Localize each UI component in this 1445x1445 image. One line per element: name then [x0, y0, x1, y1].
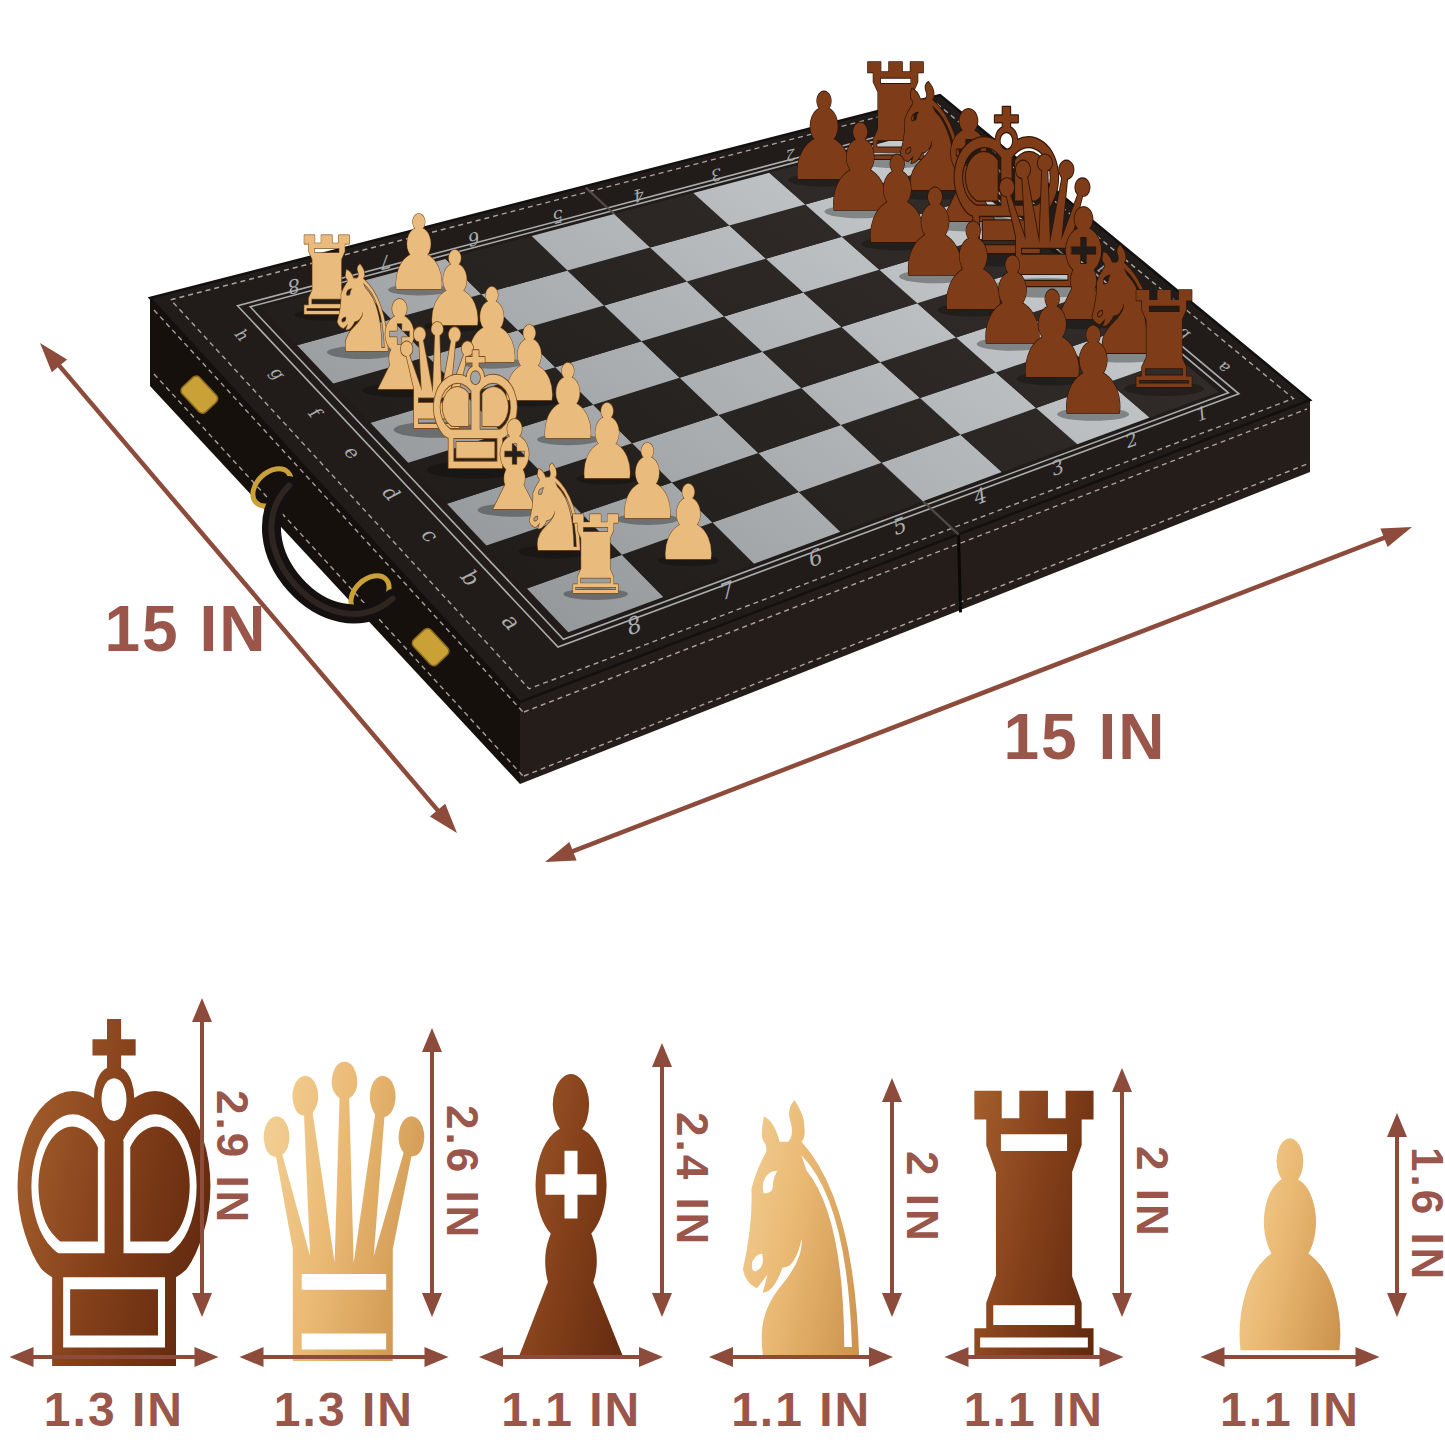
piece-dark-p-a2: ♟ — [1053, 301, 1133, 441]
rook-width-label: 1.1 IN — [934, 1382, 1134, 1437]
size-chart-queen: ♛ 2.6 IN 1.3 IN — [245, 955, 460, 1445]
piece-light-r-a8: ♜ — [560, 493, 632, 618]
svg-text:♟: ♟ — [654, 464, 722, 583]
bishop-width-label: 1.1 IN — [471, 1382, 671, 1437]
pawn-piece-glyph: ♟ — [1215, 1105, 1366, 1395]
queen-piece-glyph: ♛ — [237, 1014, 450, 1424]
width-arrow — [956, 1355, 1111, 1359]
size-chart-rook: ♜ 2 IN 1.1 IN — [935, 955, 1150, 1445]
size-chart-king: ♚ 2.9 IN 1.3 IN — [15, 955, 230, 1445]
width-arrow — [1213, 1355, 1368, 1359]
piece-light-p-a7: ♟ — [654, 464, 722, 583]
svg-text:♜: ♜ — [1120, 263, 1208, 419]
svg-text:♜: ♜ — [560, 493, 632, 618]
chess-board-photo: aabbccddeeffgghh8877665544332211♜♟♞♟♝♟♚♟… — [0, 0, 1445, 950]
width-arrow — [251, 1355, 436, 1359]
king-width-label: 1.3 IN — [14, 1382, 214, 1437]
queen-width-label: 1.3 IN — [244, 1382, 444, 1437]
size-chart-pawn: ♟ 1.6 IN 1.1 IN — [1175, 955, 1425, 1445]
pawn-height-label: 1.6 IN — [1395, 1125, 1445, 1305]
board-dimension-label-left: 15 IN — [86, 592, 286, 666]
piece-dark-r-a1: ♜ — [1120, 263, 1208, 419]
product-photo-canvas: aabbccddeeffgghh8877665544332211♜♟♞♟♝♟♚♟… — [0, 0, 1445, 1445]
width-arrow — [721, 1355, 881, 1359]
size-chart-bishop: ♝ 2.4 IN 1.1 IN — [470, 955, 690, 1445]
size-chart-knight: ♞ 2 IN 1.1 IN — [700, 955, 920, 1445]
knight-width-label: 1.1 IN — [701, 1382, 901, 1437]
pawn-width-label: 1.1 IN — [1190, 1382, 1390, 1437]
width-arrow — [491, 1355, 651, 1359]
piece-size-chart: ♚ 2.9 IN 1.3 IN ♛ 2.6 IN 1.3 IN ♝ 2.4 IN… — [0, 955, 1445, 1445]
width-arrow — [21, 1355, 206, 1359]
board-dimension-label-bottom: 15 IN — [985, 700, 1185, 774]
svg-text:♟: ♟ — [1053, 301, 1133, 441]
